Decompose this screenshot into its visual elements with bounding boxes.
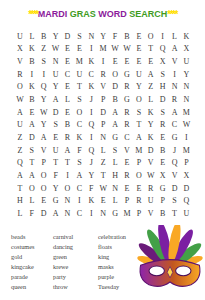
- grid-cell-r15c8[interactable]: N: [97, 207, 109, 220]
- word-item-dancing: dancing: [53, 242, 73, 252]
- grid-cell-r12c11[interactable]: O: [133, 169, 145, 182]
- grid-cell-r13c9[interactable]: N: [109, 182, 121, 195]
- grid-cell-r12c5[interactable]: I: [62, 169, 74, 182]
- grid-cell-r13c15[interactable]: D: [180, 182, 192, 195]
- title-word-mardi: MARDI: [38, 9, 68, 19]
- grid-cell-r8c6[interactable]: C: [73, 118, 85, 131]
- grid-cell-r10c6[interactable]: F: [73, 144, 85, 157]
- title-words: MARDI GRAS WORD SEARCH: [38, 9, 168, 19]
- grid-cell-r2c7[interactable]: I: [85, 43, 97, 56]
- grid-cell-r6c3[interactable]: Y: [38, 93, 50, 106]
- grid-cell-r15c3[interactable]: D: [38, 207, 50, 220]
- grid-cell-r10c5[interactable]: A: [62, 144, 74, 157]
- grid-cell-r8c3[interactable]: Y: [38, 118, 50, 131]
- grid-cell-r5c5[interactable]: E: [62, 81, 74, 94]
- grid-cell-r4c12[interactable]: A: [145, 68, 157, 81]
- grid-cell-r2c8[interactable]: M: [97, 43, 109, 56]
- grid-cell-r4c8[interactable]: R: [97, 68, 109, 81]
- grid-cell-r10c15[interactable]: M: [180, 144, 192, 157]
- grid-cell-r15c9[interactable]: G: [109, 207, 121, 220]
- grid-cell-r13c3[interactable]: O: [38, 182, 50, 195]
- grid-cell-r6c8[interactable]: P: [97, 93, 109, 106]
- grid-cell-r6c14[interactable]: R: [169, 93, 181, 106]
- grid-cell-r14c5[interactable]: N: [62, 194, 74, 207]
- grid-cell-r4c11[interactable]: U: [133, 68, 145, 81]
- grid-cell-r8c7[interactable]: Q: [85, 118, 97, 131]
- word-item-kingcake: kingcake: [11, 262, 34, 272]
- grid-cell-r4c4[interactable]: U: [50, 68, 62, 81]
- grid-cell-r10c13[interactable]: B: [157, 144, 169, 157]
- grid-cell-r1c12[interactable]: O: [145, 30, 157, 43]
- grid-cell-r7c7[interactable]: I: [85, 106, 97, 119]
- grid-cell-r9c7[interactable]: I: [85, 131, 97, 144]
- grid-cell-r11c2[interactable]: T: [26, 156, 38, 169]
- grid-cell-r14c10[interactable]: P: [121, 194, 133, 207]
- grid-cell-r12c3[interactable]: O: [38, 169, 50, 182]
- word-item-green: green: [53, 252, 73, 262]
- grid-cell-r8c8[interactable]: P: [97, 118, 109, 131]
- word-item-tuesday: Tuesday: [98, 282, 126, 292]
- grid-cell-r2c6[interactable]: E: [73, 43, 85, 56]
- grid-cell-r5c1[interactable]: O: [14, 81, 26, 94]
- grid-cell-r15c1[interactable]: L: [14, 207, 26, 220]
- grid-cell-r8c11[interactable]: T: [133, 118, 145, 131]
- grid-cell-r9c5[interactable]: R: [62, 131, 74, 144]
- grid-cell-r10c3[interactable]: V: [38, 144, 50, 157]
- grid-cell-r9c12[interactable]: K: [145, 131, 157, 144]
- grid-cell-r5c6[interactable]: T: [73, 81, 85, 94]
- grid-cell-r15c2[interactable]: F: [26, 207, 38, 220]
- grid-cell-r10c11[interactable]: M: [133, 144, 145, 157]
- grid-cell-r12c2[interactable]: A: [26, 169, 38, 182]
- title-stars-left: ****: [28, 9, 38, 20]
- grid-cell-r10c2[interactable]: S: [26, 144, 38, 157]
- page-title: ****MARDI GRAS WORD SEARCH****: [0, 8, 205, 19]
- grid-cell-r1c7[interactable]: N: [85, 30, 97, 43]
- grid-cell-r3c15[interactable]: U: [180, 55, 192, 68]
- grid-cell-r14c12[interactable]: U: [145, 194, 157, 207]
- grid-cell-r11c3[interactable]: P: [38, 156, 50, 169]
- grid-cell-r5c13[interactable]: H: [157, 81, 169, 94]
- word-item-krewe: krewe: [53, 262, 73, 272]
- grid-cell-r4c3[interactable]: I: [38, 68, 50, 81]
- grid-cell-r11c13[interactable]: E: [157, 156, 169, 169]
- grid-cell-r13c2[interactable]: O: [26, 182, 38, 195]
- grid-cell-r4c2[interactable]: I: [26, 68, 38, 81]
- grid-cell-r2c14[interactable]: A: [169, 43, 181, 56]
- grid-cell-r8c2[interactable]: A: [26, 118, 38, 131]
- grid-cell-r14c2[interactable]: L: [26, 194, 38, 207]
- grid-cell-r11c10[interactable]: E: [121, 156, 133, 169]
- grid-cell-r1c1[interactable]: U: [14, 30, 26, 43]
- grid-cell-r3c4[interactable]: N: [50, 55, 62, 68]
- grid-cell-r3c7[interactable]: K: [85, 55, 97, 68]
- title-stars-right: ****: [167, 9, 177, 20]
- grid-cell-r9c8[interactable]: N: [97, 131, 109, 144]
- word-item-beads: beads: [11, 232, 34, 242]
- grid-cell-r15c4[interactable]: A: [50, 207, 62, 220]
- grid-cell-r10c12[interactable]: D: [145, 144, 157, 157]
- grid-cell-r9c9[interactable]: G: [109, 131, 121, 144]
- grid-cell-r9c10[interactable]: C: [121, 131, 133, 144]
- grid-cell-r15c11[interactable]: P: [133, 207, 145, 220]
- grid-cell-r12c14[interactable]: V: [169, 169, 181, 182]
- grid-cell-r9c13[interactable]: E: [157, 131, 169, 144]
- grid-cell-r13c7[interactable]: F: [85, 182, 97, 195]
- word-list-column-2: carnivaldancinggreenkrewepartythrow: [53, 232, 73, 292]
- grid-cell-r6c11[interactable]: O: [133, 93, 145, 106]
- grid-cell-r12c13[interactable]: X: [157, 169, 169, 182]
- grid-cell-r12c9[interactable]: H: [109, 169, 121, 182]
- grid-cell-r5c2[interactable]: K: [26, 81, 38, 94]
- grid-cell-r6c7[interactable]: J: [85, 93, 97, 106]
- grid-cell-r9c4[interactable]: E: [50, 131, 62, 144]
- grid-cell-r5c12[interactable]: Z: [145, 81, 157, 94]
- grid-cell-r14c6[interactable]: I: [73, 194, 85, 207]
- grid-cell-r12c6[interactable]: A: [73, 169, 85, 182]
- grid-cell-r1c4[interactable]: Y: [50, 30, 62, 43]
- grid-cell-r10c1[interactable]: Z: [14, 144, 26, 157]
- word-item-party: party: [53, 272, 73, 282]
- grid-cell-r6c4[interactable]: A: [50, 93, 62, 106]
- grid-cell-r7c8[interactable]: D: [97, 106, 109, 119]
- grid-cell-r5c3[interactable]: Q: [38, 81, 50, 94]
- grid-cell-r8c15[interactable]: W: [180, 118, 192, 131]
- grid-cell-r1c10[interactable]: B: [121, 30, 133, 43]
- grid-cell-r10c8[interactable]: L: [97, 144, 109, 157]
- grid-cell-r7c14[interactable]: A: [169, 106, 181, 119]
- grid-cell-r11c14[interactable]: Q: [169, 156, 181, 169]
- grid-cell-r8c14[interactable]: C: [169, 118, 181, 131]
- grid-cell-r6c9[interactable]: B: [109, 93, 121, 106]
- grid-cell-r13c8[interactable]: W: [97, 182, 109, 195]
- grid-cell-r13c1[interactable]: T: [14, 182, 26, 195]
- grid-cell-r6c2[interactable]: B: [26, 93, 38, 106]
- grid-cell-r2c3[interactable]: Z: [38, 43, 50, 56]
- grid-cell-r6c1[interactable]: W: [14, 93, 26, 106]
- mardi-gras-mask-illustration: [135, 225, 205, 297]
- grid-cell-r3c1[interactable]: V: [14, 55, 26, 68]
- grid-cell-r4c6[interactable]: U: [73, 68, 85, 81]
- grid-cell-r11c8[interactable]: Z: [97, 156, 109, 169]
- grid-cell-r2c10[interactable]: W: [121, 43, 133, 56]
- grid-cell-r11c4[interactable]: T: [50, 156, 62, 169]
- grid-cell-r7c9[interactable]: A: [109, 106, 121, 119]
- grid-cell-r14c8[interactable]: E: [97, 194, 109, 207]
- grid-cell-r13c10[interactable]: E: [121, 182, 133, 195]
- grid-cell-r11c11[interactable]: P: [133, 156, 145, 169]
- word-item-carnival: carnival: [53, 232, 73, 242]
- grid-cell-r15c14[interactable]: T: [169, 207, 181, 220]
- grid-cell-r6c12[interactable]: L: [145, 93, 157, 106]
- grid-cell-r4c5[interactable]: C: [62, 68, 74, 81]
- grid-cell-r2c5[interactable]: E: [62, 43, 74, 56]
- grid-cell-r12c15[interactable]: X: [180, 169, 192, 182]
- grid-cell-r15c7[interactable]: I: [85, 207, 97, 220]
- grid-cell-r7c3[interactable]: W: [38, 106, 50, 119]
- word-list-column-1: beadscostumesgoldkingcakeparadequeen: [11, 232, 34, 292]
- grid-cell-r10c7[interactable]: Q: [85, 144, 97, 157]
- grid-cell-r3c9[interactable]: E: [109, 55, 121, 68]
- grid-cell-r4c9[interactable]: O: [109, 68, 121, 81]
- grid-cell-r8c13[interactable]: R: [157, 118, 169, 131]
- word-item-throw: throw: [53, 282, 73, 292]
- grid-cell-r14c4[interactable]: G: [50, 194, 62, 207]
- grid-cell-r11c9[interactable]: L: [109, 156, 121, 169]
- grid-cell-r9c6[interactable]: K: [73, 131, 85, 144]
- word-item-floats: floats: [98, 242, 126, 252]
- grid-cell-r1c3[interactable]: B: [38, 30, 50, 43]
- grid-cell-r2c2[interactable]: K: [26, 43, 38, 56]
- grid-cell-r7c2[interactable]: E: [26, 106, 38, 119]
- title-word-search: SEARCH: [127, 9, 168, 19]
- grid-cell-r4c10[interactable]: G: [121, 68, 133, 81]
- grid-cell-r3c5[interactable]: E: [62, 55, 74, 68]
- grid-cell-r9c15[interactable]: I: [180, 131, 192, 144]
- grid-cell-r7c6[interactable]: O: [73, 106, 85, 119]
- grid-cell-r14c7[interactable]: K: [85, 194, 97, 207]
- grid-cell-r5c4[interactable]: Y: [50, 81, 62, 94]
- grid-cell-r6c13[interactable]: D: [157, 93, 169, 106]
- grid-cell-r14c11[interactable]: R: [133, 194, 145, 207]
- grid-cell-r11c15[interactable]: P: [180, 156, 192, 169]
- grid-cell-r5c10[interactable]: R: [121, 81, 133, 94]
- word-search-grid: ULBYDSNYFBEOILKXKZWEEIMWWETQAXVBSNEMKIEE…: [14, 30, 192, 220]
- title-word-gras: GRAS: [67, 9, 96, 19]
- grid-cell-r7c10[interactable]: R: [121, 106, 133, 119]
- grid-cell-r12c8[interactable]: T: [97, 169, 109, 182]
- word-item-purple: purple: [98, 272, 126, 282]
- grid-cell-r13c14[interactable]: D: [169, 182, 181, 195]
- grid-cell-r6c10[interactable]: G: [121, 93, 133, 106]
- grid-cell-r6c15[interactable]: N: [180, 93, 192, 106]
- grid-cell-r13c11[interactable]: E: [133, 182, 145, 195]
- grid-cell-r12c12[interactable]: W: [145, 169, 157, 182]
- grid-cell-r8c4[interactable]: S: [50, 118, 62, 131]
- grid-cell-r14c1[interactable]: H: [14, 194, 26, 207]
- grid-cell-r4c1[interactable]: R: [14, 68, 26, 81]
- grid-cell-r4c14[interactable]: I: [169, 68, 181, 81]
- grid-cell-r7c5[interactable]: E: [62, 106, 74, 119]
- grid-cell-r1c15[interactable]: K: [180, 30, 192, 43]
- grid-cell-r1c2[interactable]: L: [26, 30, 38, 43]
- grid-cell-r2c13[interactable]: Q: [157, 43, 169, 56]
- grid-cell-r11c6[interactable]: S: [73, 156, 85, 169]
- grid-cell-r10c10[interactable]: V: [121, 144, 133, 157]
- grid-cell-r3c6[interactable]: M: [73, 55, 85, 68]
- grid-cell-r8c9[interactable]: A: [109, 118, 121, 131]
- grid-cell-r3c3[interactable]: S: [38, 55, 50, 68]
- grid-cell-r15c15[interactable]: U: [180, 207, 192, 220]
- grid-cell-r13c12[interactable]: R: [145, 182, 157, 195]
- grid-cell-r4c13[interactable]: S: [157, 68, 169, 81]
- grid-cell-r5c9[interactable]: D: [109, 81, 121, 94]
- word-item-parade: parade: [11, 272, 34, 282]
- grid-cell-r13c13[interactable]: G: [157, 182, 169, 195]
- grid-cell-r7c12[interactable]: K: [145, 106, 157, 119]
- grid-cell-r9c3[interactable]: A: [38, 131, 50, 144]
- grid-cell-r14c9[interactable]: L: [109, 194, 121, 207]
- grid-cell-r6c6[interactable]: S: [73, 93, 85, 106]
- word-item-celebration: celebration: [98, 232, 126, 242]
- title-word-word: WORD: [96, 9, 127, 19]
- grid-cell-r3c13[interactable]: X: [157, 55, 169, 68]
- grid-cell-r15c13[interactable]: B: [157, 207, 169, 220]
- grid-cell-r5c15[interactable]: N: [180, 81, 192, 94]
- grid-cell-r11c5[interactable]: T: [62, 156, 74, 169]
- grid-cell-r2c11[interactable]: E: [133, 43, 145, 56]
- grid-cell-r12c10[interactable]: R: [121, 169, 133, 182]
- grid-cell-r2c15[interactable]: X: [180, 43, 192, 56]
- grid-cell-r2c9[interactable]: W: [109, 43, 121, 56]
- grid-cell-r1c14[interactable]: L: [169, 30, 181, 43]
- word-search-page: ****MARDI GRAS WORD SEARCH**** ULBYDSNYF…: [0, 0, 205, 300]
- word-item-masks: masks: [98, 262, 126, 272]
- grid-cell-r7c11[interactable]: S: [133, 106, 145, 119]
- word-list-column-3: celebrationfloatskingmaskspurpleTuesday: [98, 232, 126, 292]
- grid-cell-r5c11[interactable]: Y: [133, 81, 145, 94]
- grid-cell-r12c4[interactable]: F: [50, 169, 62, 182]
- grid-cell-r14c13[interactable]: P: [157, 194, 169, 207]
- grid-cell-r3c11[interactable]: E: [133, 55, 145, 68]
- grid-cell-r1c8[interactable]: Y: [97, 30, 109, 43]
- grid-cell-r1c13[interactable]: I: [157, 30, 169, 43]
- word-item-queen: queen: [11, 282, 34, 292]
- grid-cell-r2c12[interactable]: T: [145, 43, 157, 56]
- word-item-gold: gold: [11, 252, 34, 262]
- grid-cell-r15c5[interactable]: N: [62, 207, 74, 220]
- grid-cell-r2c4[interactable]: W: [50, 43, 62, 56]
- grid-cell-r4c15[interactable]: Y: [180, 68, 192, 81]
- grid-cell-r10c14[interactable]: J: [169, 144, 181, 157]
- grid-cell-r5c14[interactable]: N: [169, 81, 181, 94]
- grid-cell-r5c7[interactable]: K: [85, 81, 97, 94]
- grid-cell-r13c6[interactable]: C: [73, 182, 85, 195]
- grid-cell-r1c5[interactable]: D: [62, 30, 74, 43]
- grid-cell-r8c10[interactable]: R: [121, 118, 133, 131]
- grid-cell-r2c1[interactable]: X: [14, 43, 26, 56]
- grid-cell-r7c4[interactable]: D: [50, 106, 62, 119]
- grid-cell-r9c2[interactable]: D: [26, 131, 38, 144]
- grid-cell-r1c6[interactable]: S: [73, 30, 85, 43]
- word-item-king: king: [98, 252, 126, 262]
- grid-cell-r11c12[interactable]: V: [145, 156, 157, 169]
- grid-cell-r3c14[interactable]: V: [169, 55, 181, 68]
- grid-cell-r1c11[interactable]: E: [133, 30, 145, 43]
- grid-cell-r9c14[interactable]: G: [169, 131, 181, 144]
- grid-cell-r14c15[interactable]: Q: [180, 194, 192, 207]
- grid-cell-r5c8[interactable]: V: [97, 81, 109, 94]
- grid-cell-r3c12[interactable]: E: [145, 55, 157, 68]
- grid-cell-r8c12[interactable]: Y: [145, 118, 157, 131]
- grid-cell-r9c11[interactable]: A: [133, 131, 145, 144]
- grid-cell-r3c2[interactable]: B: [26, 55, 38, 68]
- grid-cell-r6c5[interactable]: L: [62, 93, 74, 106]
- word-item-costumes: costumes: [11, 242, 34, 252]
- grid-cell-r12c7[interactable]: Y: [85, 169, 97, 182]
- grid-cell-r7c1[interactable]: A: [14, 106, 26, 119]
- grid-cell-r12c1[interactable]: A: [14, 169, 26, 182]
- grid-cell-r10c9[interactable]: S: [109, 144, 121, 157]
- grid-cell-r7c15[interactable]: M: [180, 106, 192, 119]
- grid-cell-r8c1[interactable]: U: [14, 118, 26, 131]
- grid-cell-r11c1[interactable]: Q: [14, 156, 26, 169]
- grid-cell-r4c7[interactable]: C: [85, 68, 97, 81]
- grid-cell-r13c4[interactable]: Y: [50, 182, 62, 195]
- grid-cell-r15c12[interactable]: V: [145, 207, 157, 220]
- grid-cell-r10c4[interactable]: U: [50, 144, 62, 157]
- grid-cell-r13c5[interactable]: O: [62, 182, 74, 195]
- grid-cell-r3c8[interactable]: I: [97, 55, 109, 68]
- grid-cell-r7c13[interactable]: S: [157, 106, 169, 119]
- grid-cell-r14c14[interactable]: S: [169, 194, 181, 207]
- grid-cell-r11c7[interactable]: J: [85, 156, 97, 169]
- grid-cell-r1c9[interactable]: F: [109, 30, 121, 43]
- grid-cell-r9c1[interactable]: Z: [14, 131, 26, 144]
- grid-cell-r14c3[interactable]: E: [38, 194, 50, 207]
- grid-cell-r3c10[interactable]: E: [121, 55, 133, 68]
- grid-cell-r15c6[interactable]: C: [73, 207, 85, 220]
- grid-cell-r8c5[interactable]: B: [62, 118, 74, 131]
- grid-cell-r15c10[interactable]: M: [121, 207, 133, 220]
